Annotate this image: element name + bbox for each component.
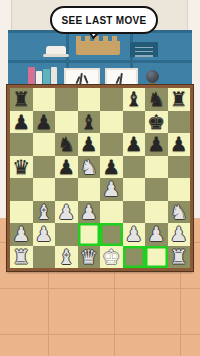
square-g3[interactable] [145,201,168,224]
chess-board-frame: ♜♝♞♜♟♟♝♚♞♟♟♟♟♛♟♞♟♟♝♟♟♞♟♟♟♟♟♜♝♛♚♜ [7,85,193,271]
square-e4[interactable]: ♟ [100,178,123,201]
square-a7[interactable]: ♟ [10,111,33,134]
piece-white-king: ♚ [102,247,120,267]
piece-black-pawn: ♟ [12,112,30,132]
piece-white-knight: ♞ [170,202,188,222]
square-g5[interactable] [145,156,168,179]
castle-model-decor [76,41,120,55]
square-e1[interactable]: ♚ [100,246,123,269]
square-f4[interactable] [123,178,146,201]
square-b7[interactable]: ♟ [33,111,56,134]
square-c8[interactable] [55,88,78,111]
square-c4[interactable] [55,178,78,201]
square-h1[interactable]: ♜ [168,246,191,269]
piece-white-knight: ♞ [80,157,98,177]
square-f7[interactable] [123,111,146,134]
square-f2[interactable]: ♟ [123,223,146,246]
square-g8[interactable]: ♞ [145,88,168,111]
square-c7[interactable] [55,111,78,134]
square-e3[interactable] [100,201,123,224]
piece-black-pawn: ♟ [125,134,143,154]
piece-white-rook: ♜ [12,247,30,267]
piece-black-pawn: ♟ [170,134,188,154]
square-e6[interactable] [100,133,123,156]
square-b2[interactable]: ♟ [33,223,56,246]
square-a4[interactable] [10,178,33,201]
square-d8[interactable] [78,88,101,111]
piece-black-pawn: ♟ [57,157,75,177]
square-c3[interactable]: ♟ [55,201,78,224]
see-last-move-button[interactable]: SEE LAST MOVE [50,6,158,34]
square-h2[interactable]: ♟ [168,223,191,246]
square-a2[interactable]: ♟ [10,223,33,246]
piece-black-king: ♚ [147,112,165,132]
square-e7[interactable] [100,111,123,134]
square-g2[interactable]: ♟ [145,223,168,246]
piece-white-bishop: ♝ [35,202,53,222]
square-c2[interactable] [55,223,78,246]
piece-white-pawn: ♟ [35,224,53,244]
square-a1[interactable]: ♜ [10,246,33,269]
square-c6[interactable]: ♞ [55,133,78,156]
square-d2[interactable] [78,223,101,246]
square-h7[interactable] [168,111,191,134]
square-b1[interactable] [33,246,56,269]
square-b3[interactable]: ♝ [33,201,56,224]
square-f5[interactable] [123,156,146,179]
piece-white-queen: ♛ [80,247,98,267]
square-b5[interactable] [33,156,56,179]
shelf-divider [8,60,192,63]
square-g6[interactable]: ♟ [145,133,168,156]
chess-board: ♜♝♞♜♟♟♝♚♞♟♟♟♟♛♟♞♟♟♝♟♟♞♟♟♟♟♟♜♝♛♚♜ [10,88,190,268]
piece-black-knight: ♞ [57,134,75,154]
square-g1[interactable] [145,246,168,269]
piece-black-bishop: ♝ [80,112,98,132]
piece-white-pawn: ♟ [170,224,188,244]
square-b6[interactable] [33,133,56,156]
square-c1[interactable]: ♝ [55,246,78,269]
square-a8[interactable]: ♜ [10,88,33,111]
square-h5[interactable] [168,156,191,179]
square-h8[interactable]: ♜ [168,88,191,111]
hat-box-decor [46,46,66,55]
piece-black-pawn: ♟ [35,112,53,132]
square-e2[interactable] [100,223,123,246]
piece-white-pawn: ♟ [147,224,165,244]
piece-black-queen: ♛ [12,157,30,177]
square-f1[interactable] [123,246,146,269]
square-b8[interactable] [33,88,56,111]
piece-white-pawn: ♟ [80,202,98,222]
square-d3[interactable]: ♟ [78,201,101,224]
piece-black-pawn: ♟ [102,157,120,177]
wall-sign-decor [130,42,158,57]
piece-white-pawn: ♟ [102,179,120,199]
square-h3[interactable]: ♞ [168,201,191,224]
piece-black-knight: ♞ [147,89,165,109]
piece-black-rook: ♜ [12,89,30,109]
square-b4[interactable] [33,178,56,201]
piece-white-bishop: ♝ [57,247,75,267]
square-a6[interactable] [10,133,33,156]
piece-white-pawn: ♟ [12,224,30,244]
square-d6[interactable]: ♟ [78,133,101,156]
piece-black-rook: ♜ [170,89,188,109]
piece-black-pawn: ♟ [80,134,98,154]
square-d7[interactable]: ♝ [78,111,101,134]
piece-white-rook: ♜ [170,247,188,267]
square-d4[interactable] [78,178,101,201]
square-h6[interactable]: ♟ [168,133,191,156]
piece-white-pawn: ♟ [57,202,75,222]
square-f8[interactable]: ♝ [123,88,146,111]
square-f6[interactable]: ♟ [123,133,146,156]
square-f3[interactable] [123,201,146,224]
square-a5[interactable]: ♛ [10,156,33,179]
square-e8[interactable] [100,88,123,111]
square-a3[interactable] [10,201,33,224]
square-c5[interactable]: ♟ [55,156,78,179]
app-root: SEE LAST MOVE ♜♝♞♜♟♟♝♚♞♟♟♟♟♛♟♞♟♟♝♟♟♞♟♟♟♟… [0,0,200,356]
square-e5[interactable]: ♟ [100,156,123,179]
piece-black-bishop: ♝ [125,89,143,109]
square-d1[interactable]: ♛ [78,246,101,269]
square-g7[interactable]: ♚ [145,111,168,134]
square-g4[interactable] [145,178,168,201]
square-h4[interactable] [168,178,191,201]
piece-black-pawn: ♟ [147,134,165,154]
square-d5[interactable]: ♞ [78,156,101,179]
piece-white-pawn: ♟ [125,224,143,244]
